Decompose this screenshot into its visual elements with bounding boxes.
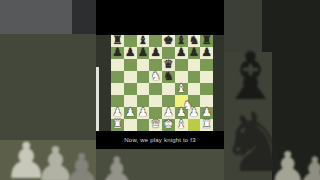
bg-white-piece-edge bbox=[96, 67, 99, 131]
chess-board[interactable]: ♜♝♚♝♞♜♟♟♟♟♟♟♟♛♞♞♝♟♟♟♟♟♟♟♜♛♚♝♜ bbox=[111, 35, 213, 131]
bg-pawn-silhouette-6-icon: ♟ bbox=[296, 152, 320, 180]
square-b6[interactable] bbox=[124, 59, 137, 71]
square-d1[interactable]: ♛ bbox=[149, 119, 162, 131]
piece-wR-a1[interactable]: ♜ bbox=[112, 119, 122, 131]
square-g5[interactable] bbox=[188, 71, 201, 83]
piece-bP-a7[interactable]: ♟ bbox=[112, 47, 122, 59]
square-h1[interactable]: ♜ bbox=[200, 119, 213, 131]
square-d3[interactable] bbox=[149, 95, 162, 107]
bg-pawn-silhouette-4-icon: ♟ bbox=[98, 152, 136, 180]
square-h5[interactable] bbox=[200, 71, 213, 83]
square-c4[interactable] bbox=[137, 83, 150, 95]
piece-wP-b2[interactable]: ♟ bbox=[125, 107, 135, 119]
bg-pawn-silhouette-3-icon: ♟ bbox=[62, 148, 101, 180]
piece-bP-h7[interactable]: ♟ bbox=[201, 47, 211, 59]
caption-text: Now, we play knight to f3 bbox=[124, 137, 195, 143]
square-a5[interactable] bbox=[111, 71, 124, 83]
bg-gray-topleft bbox=[0, 0, 72, 34]
square-g4[interactable] bbox=[188, 83, 201, 95]
video-frame: ♟♟♟♟♝♞♟♟ Now, we play knight to f3 ♜♝♚♝♞… bbox=[0, 0, 320, 180]
square-e5[interactable]: ♞ bbox=[162, 71, 175, 83]
square-b2[interactable]: ♟ bbox=[124, 107, 137, 119]
piece-bP-b7[interactable]: ♟ bbox=[125, 47, 135, 59]
square-f1[interactable]: ♝ bbox=[175, 119, 188, 131]
square-c7[interactable]: ♟ bbox=[137, 47, 150, 59]
square-a4[interactable] bbox=[111, 83, 124, 95]
square-g7[interactable]: ♟ bbox=[188, 47, 201, 59]
square-b7[interactable]: ♟ bbox=[124, 47, 137, 59]
square-d7[interactable]: ♟ bbox=[149, 47, 162, 59]
square-b1[interactable] bbox=[124, 119, 137, 131]
piece-wP-c2[interactable]: ♟ bbox=[138, 107, 148, 119]
piece-bP-f7[interactable]: ♟ bbox=[176, 47, 186, 59]
square-f7[interactable]: ♟ bbox=[175, 47, 188, 59]
square-d4[interactable] bbox=[149, 83, 162, 95]
piece-bP-d7[interactable]: ♟ bbox=[150, 47, 160, 59]
letterbox-top bbox=[96, 0, 224, 35]
piece-bP-g7[interactable]: ♟ bbox=[189, 47, 199, 59]
piece-wR-h1[interactable]: ♜ bbox=[201, 119, 211, 131]
square-c1[interactable] bbox=[137, 119, 150, 131]
square-h4[interactable] bbox=[200, 83, 213, 95]
piece-bK-e8[interactable]: ♚ bbox=[163, 35, 173, 47]
piece-wN-d5[interactable]: ♞ bbox=[150, 71, 160, 83]
square-e1[interactable]: ♚ bbox=[162, 119, 175, 131]
piece-wN-moving[interactable]: ♞ bbox=[182, 99, 192, 111]
square-h6[interactable] bbox=[200, 59, 213, 71]
square-c5[interactable] bbox=[137, 71, 150, 83]
square-a6[interactable] bbox=[111, 59, 124, 71]
square-e4[interactable] bbox=[162, 83, 175, 95]
caption-bar: Now, we play knight to f3 bbox=[96, 131, 224, 149]
piece-bN-e5[interactable]: ♞ bbox=[163, 71, 173, 83]
square-f6[interactable] bbox=[175, 59, 188, 71]
piece-wB-f4[interactable]: ♝ bbox=[176, 83, 186, 95]
bg-olive-left bbox=[0, 34, 96, 140]
piece-wB-f1[interactable]: ♝ bbox=[176, 119, 186, 131]
animating-knight[interactable]: ♞ bbox=[181, 100, 194, 112]
square-e8[interactable]: ♚ bbox=[162, 35, 175, 47]
square-f4[interactable]: ♝ bbox=[175, 83, 188, 95]
square-b5[interactable] bbox=[124, 71, 137, 83]
square-g6[interactable] bbox=[188, 59, 201, 71]
square-a7[interactable]: ♟ bbox=[111, 47, 124, 59]
piece-wK-e1[interactable]: ♚ bbox=[163, 119, 173, 131]
square-a1[interactable]: ♜ bbox=[111, 119, 124, 131]
piece-wQ-d1[interactable]: ♛ bbox=[150, 119, 160, 131]
square-c6[interactable] bbox=[137, 59, 150, 71]
square-d5[interactable]: ♞ bbox=[149, 71, 162, 83]
bg-dark-band-left bbox=[72, 0, 96, 34]
piece-bP-c7[interactable]: ♟ bbox=[138, 47, 148, 59]
square-h7[interactable]: ♟ bbox=[200, 47, 213, 59]
square-g1[interactable] bbox=[188, 119, 201, 131]
square-c2[interactable]: ♟ bbox=[137, 107, 150, 119]
square-b4[interactable] bbox=[124, 83, 137, 95]
